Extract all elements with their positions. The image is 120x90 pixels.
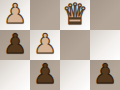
square-r1c1[interactable]: ♟ bbox=[30, 30, 60, 60]
square-r2c3[interactable]: ♟ bbox=[90, 60, 120, 90]
white-pawn[interactable]: ♟ bbox=[33, 29, 57, 59]
square-r1c0[interactable]: ♟ bbox=[0, 30, 30, 60]
black-pawn[interactable]: ♟ bbox=[3, 29, 27, 59]
square-r2c1[interactable]: ♟ bbox=[30, 60, 60, 90]
square-r2c0[interactable] bbox=[0, 60, 30, 90]
square-r0c1[interactable] bbox=[30, 0, 60, 30]
black-pawn[interactable]: ♟ bbox=[93, 59, 117, 89]
black-pawn[interactable]: ♟ bbox=[33, 59, 57, 89]
square-r0c0[interactable]: ♟ bbox=[0, 0, 30, 30]
square-r2c2[interactable] bbox=[60, 60, 90, 90]
square-r0c3[interactable] bbox=[90, 0, 120, 30]
square-r1c3[interactable] bbox=[90, 30, 120, 60]
white-pawn[interactable]: ♟ bbox=[3, 0, 27, 29]
square-r1c2[interactable] bbox=[60, 30, 90, 60]
chess-board: ♟♛♟♟♟♟ bbox=[0, 0, 120, 90]
square-r0c2[interactable]: ♛ bbox=[60, 0, 90, 30]
white-queen[interactable]: ♛ bbox=[62, 0, 88, 29]
